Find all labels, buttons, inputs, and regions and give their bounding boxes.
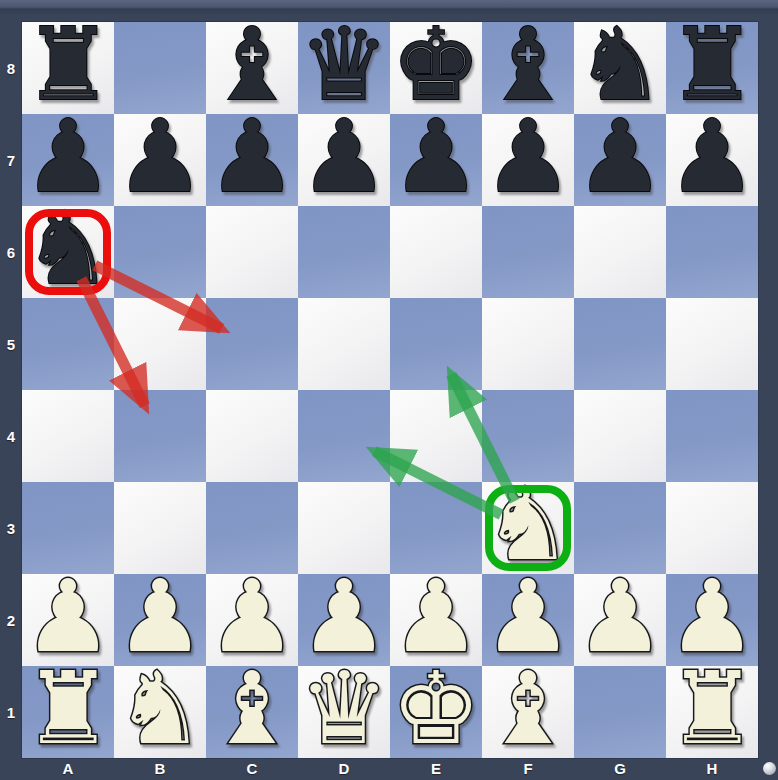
side-to-move-indicator bbox=[763, 762, 776, 775]
piece-black-pawn[interactable]: ♟ bbox=[575, 111, 665, 203]
rank-label-8: 8 bbox=[0, 22, 22, 114]
piece-black-pawn[interactable]: ♟ bbox=[207, 111, 297, 203]
square-h6[interactable] bbox=[666, 206, 758, 298]
square-b1[interactable]: ♞ bbox=[114, 666, 206, 758]
piece-white-bishop[interactable]: ♝ bbox=[483, 663, 573, 755]
square-g4[interactable] bbox=[574, 390, 666, 482]
square-h5[interactable] bbox=[666, 298, 758, 390]
piece-white-knight[interactable]: ♞ bbox=[115, 663, 205, 755]
square-h4[interactable] bbox=[666, 390, 758, 482]
rank-label-4: 4 bbox=[0, 390, 22, 482]
chess-board[interactable]: ♜♝♛♚♝♞♜♟♟♟♟♟♟♟♟♞♞♟♟♟♟♟♟♟♟♜♞♝♛♚♝♜ bbox=[22, 22, 758, 758]
rank-label-5: 5 bbox=[0, 298, 22, 390]
rank-label-3: 3 bbox=[0, 482, 22, 574]
piece-white-queen[interactable]: ♛ bbox=[299, 663, 389, 755]
piece-white-king[interactable]: ♚ bbox=[391, 663, 481, 755]
square-d6[interactable] bbox=[298, 206, 390, 298]
square-c7[interactable]: ♟ bbox=[206, 114, 298, 206]
rank-label-6: 6 bbox=[0, 206, 22, 298]
rank-labels: 87654321 bbox=[0, 22, 22, 758]
square-b5[interactable] bbox=[114, 298, 206, 390]
rank-label-2: 2 bbox=[0, 574, 22, 666]
file-label-g: G bbox=[574, 756, 666, 780]
square-e6[interactable] bbox=[390, 206, 482, 298]
square-d5[interactable] bbox=[298, 298, 390, 390]
square-g1[interactable] bbox=[574, 666, 666, 758]
square-g2[interactable]: ♟ bbox=[574, 574, 666, 666]
square-h7[interactable]: ♟ bbox=[666, 114, 758, 206]
square-c6[interactable] bbox=[206, 206, 298, 298]
piece-white-bishop[interactable]: ♝ bbox=[207, 663, 297, 755]
square-e7[interactable]: ♟ bbox=[390, 114, 482, 206]
square-e1[interactable]: ♚ bbox=[390, 666, 482, 758]
piece-white-pawn[interactable]: ♟ bbox=[575, 571, 665, 663]
square-d1[interactable]: ♛ bbox=[298, 666, 390, 758]
square-g7[interactable]: ♟ bbox=[574, 114, 666, 206]
square-e4[interactable] bbox=[390, 390, 482, 482]
piece-black-pawn[interactable]: ♟ bbox=[667, 111, 757, 203]
square-f6[interactable] bbox=[482, 206, 574, 298]
square-f5[interactable] bbox=[482, 298, 574, 390]
square-d7[interactable]: ♟ bbox=[298, 114, 390, 206]
piece-black-pawn[interactable]: ♟ bbox=[299, 111, 389, 203]
square-g5[interactable] bbox=[574, 298, 666, 390]
piece-black-pawn[interactable]: ♟ bbox=[391, 111, 481, 203]
piece-white-rook[interactable]: ♜ bbox=[23, 663, 113, 755]
square-d4[interactable] bbox=[298, 390, 390, 482]
piece-white-rook[interactable]: ♜ bbox=[667, 663, 757, 755]
piece-black-knight[interactable]: ♞ bbox=[23, 203, 113, 295]
square-c1[interactable]: ♝ bbox=[206, 666, 298, 758]
square-b4[interactable] bbox=[114, 390, 206, 482]
square-b7[interactable]: ♟ bbox=[114, 114, 206, 206]
rank-label-7: 7 bbox=[0, 114, 22, 206]
square-c4[interactable] bbox=[206, 390, 298, 482]
square-c5[interactable] bbox=[206, 298, 298, 390]
square-b6[interactable] bbox=[114, 206, 206, 298]
square-f7[interactable]: ♟ bbox=[482, 114, 574, 206]
square-e5[interactable] bbox=[390, 298, 482, 390]
square-a5[interactable] bbox=[22, 298, 114, 390]
square-a6[interactable]: ♞ bbox=[22, 206, 114, 298]
piece-black-pawn[interactable]: ♟ bbox=[115, 111, 205, 203]
piece-black-pawn[interactable]: ♟ bbox=[483, 111, 573, 203]
square-f1[interactable]: ♝ bbox=[482, 666, 574, 758]
square-a1[interactable]: ♜ bbox=[22, 666, 114, 758]
chess-board-widget: 87654321 ABCDEFGH ♜♝♛♚♝♞♜♟♟♟♟♟♟♟♟♞♞♟♟♟♟♟… bbox=[0, 0, 778, 780]
square-h1[interactable]: ♜ bbox=[666, 666, 758, 758]
square-a4[interactable] bbox=[22, 390, 114, 482]
rank-label-1: 1 bbox=[0, 666, 22, 758]
square-g6[interactable] bbox=[574, 206, 666, 298]
